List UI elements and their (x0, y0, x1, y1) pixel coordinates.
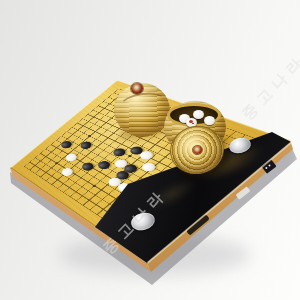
bowl-white-stone (193, 110, 204, 119)
open-bowl-rim (167, 103, 221, 127)
go-set-product-photo: 중고나라 중고나라 (0, 0, 300, 300)
lid-medallion (192, 145, 202, 154)
closed-bowl-medallion (131, 83, 143, 94)
bowl-white-stone (204, 116, 215, 125)
red-design-mark (189, 120, 193, 123)
